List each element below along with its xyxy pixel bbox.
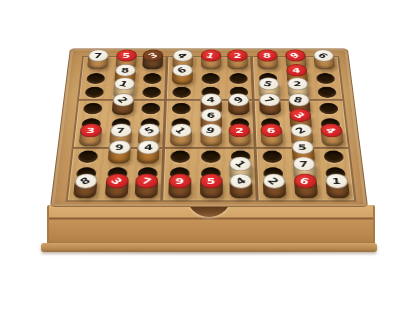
cell-r3c4[interactable]: [167, 86, 196, 101]
peg-number: 3: [79, 123, 102, 137]
hole: [172, 103, 191, 114]
peg-number: 9: [200, 123, 222, 137]
cell-r9c6[interactable]: 4: [227, 183, 259, 201]
cell-r2c1[interactable]: [81, 71, 111, 86]
cell-r4c2[interactable]: 2: [107, 101, 138, 116]
cell-r7c2[interactable]: 9: [103, 149, 135, 166]
hole: [78, 151, 98, 163]
peg-number: 1: [170, 123, 192, 137]
cell-r1c1[interactable]: 7: [82, 57, 112, 71]
cell-r2c3[interactable]: [138, 71, 167, 86]
peg-number: 7: [109, 123, 132, 137]
cell-r6c6[interactable]: 2: [226, 132, 257, 148]
hole: [142, 87, 161, 98]
peg-number: 4: [286, 64, 307, 76]
hole: [172, 87, 190, 98]
peg-number: 5: [200, 174, 223, 189]
peg-number: 1: [200, 50, 220, 62]
peg-number: 4: [320, 123, 343, 137]
cell-r6c4[interactable]: 1: [165, 132, 196, 148]
cell-r9c3[interactable]: 7: [131, 183, 163, 201]
cell-r3c3[interactable]: [138, 86, 168, 101]
cell-r1c7[interactable]: 8: [253, 57, 282, 71]
photo-background: 7534128968641522497863375192624945178379…: [0, 0, 416, 312]
cell-r7c5[interactable]: [195, 149, 226, 166]
peg-number: 5: [258, 78, 279, 91]
peg-number: 4: [200, 93, 221, 106]
hole: [143, 73, 161, 84]
cell-r9c1[interactable]: 8: [68, 183, 101, 201]
peg-number: 6: [260, 123, 282, 137]
peg-number: 9: [168, 174, 191, 189]
cell-r2c5[interactable]: [196, 71, 225, 86]
cell-r1c5[interactable]: 1: [196, 57, 225, 71]
cell-r9c4[interactable]: 9: [163, 183, 195, 201]
hole: [317, 87, 336, 98]
peg-number: 8: [114, 64, 135, 76]
peg-grid: 7534128968641522497863375192624945178379…: [66, 56, 357, 202]
cell-r6c9[interactable]: 4: [316, 132, 348, 148]
hole: [202, 73, 220, 84]
peg-number: 6: [172, 64, 193, 76]
cell-r4c1[interactable]: [77, 101, 108, 116]
cell-r4c7[interactable]: 7: [255, 101, 285, 116]
sudoku-board: 7534128968641522497863375192624945178379…: [50, 49, 368, 207]
cell-r9c2[interactable]: 3: [100, 183, 133, 201]
cell-r6c1[interactable]: 3: [74, 132, 106, 148]
cell-r1c9[interactable]: 6: [309, 57, 339, 71]
cell-r7c7[interactable]: [257, 149, 289, 166]
cell-r4c6[interactable]: 9: [225, 101, 255, 116]
cell-r1c3[interactable]: 3: [139, 57, 168, 71]
cell-r9c5[interactable]: 5: [195, 183, 227, 201]
peg-number: 5: [138, 123, 160, 137]
peg-number: 2: [290, 123, 313, 137]
cell-r2c4[interactable]: 6: [167, 71, 196, 86]
scene: 7534128968641522497863375192624945178379…: [0, 0, 416, 312]
peg-number: 9: [228, 93, 249, 106]
cell-r3c1[interactable]: [79, 86, 110, 101]
cell-r7c1[interactable]: [72, 149, 104, 166]
cell-r7c3[interactable]: 4: [134, 149, 166, 166]
cell-r4c4[interactable]: [166, 101, 196, 116]
cell-r9c7[interactable]: 2: [258, 183, 291, 201]
peg-number: 6: [200, 109, 221, 122]
hole: [141, 103, 160, 114]
cell-r4c9[interactable]: [313, 101, 344, 116]
cell-r3c9[interactable]: [312, 86, 343, 101]
hole: [86, 73, 105, 84]
cell-r7c9[interactable]: [318, 149, 350, 166]
peg-number: 7: [258, 93, 280, 106]
hole: [229, 73, 247, 84]
cell-r2c9[interactable]: [311, 71, 341, 86]
hole: [316, 73, 335, 84]
cell-r6c5[interactable]: 9: [196, 132, 227, 148]
cell-r1c6[interactable]: 2: [225, 57, 254, 71]
cell-r7c4[interactable]: [164, 149, 195, 166]
cell-r6c7[interactable]: 6: [256, 132, 287, 148]
hole: [262, 151, 282, 163]
peg-number: 3: [289, 109, 311, 122]
cell-r9c8[interactable]: 6: [289, 183, 322, 201]
peg-number: 4: [172, 50, 193, 62]
hole: [170, 151, 189, 163]
peg-number: 8: [288, 93, 310, 106]
peg-number: 2: [112, 93, 134, 106]
hole: [83, 103, 103, 114]
hole: [319, 103, 339, 114]
cell-r4c3[interactable]: [137, 101, 167, 116]
cell-r9c9[interactable]: 1: [321, 183, 354, 201]
peg-number: 2: [229, 123, 251, 137]
hole: [201, 151, 220, 163]
cell-r2c6[interactable]: [225, 71, 254, 86]
hole: [324, 151, 344, 163]
hole: [85, 87, 104, 98]
